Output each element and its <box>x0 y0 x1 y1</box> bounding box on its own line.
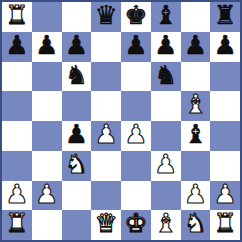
square-f3[interactable]: ♟ <box>151 151 181 181</box>
square-b4[interactable] <box>32 121 62 151</box>
square-g6[interactable] <box>181 62 211 92</box>
square-f7[interactable]: ♟ <box>151 32 181 62</box>
square-b8[interactable] <box>32 2 62 32</box>
square-a7[interactable]: ♟ <box>2 32 32 62</box>
black-pawn[interactable]: ♟ <box>184 32 207 61</box>
square-h1[interactable]: ♜ <box>210 210 240 240</box>
square-h6[interactable] <box>210 62 240 92</box>
square-d3[interactable] <box>91 151 121 181</box>
square-d7[interactable] <box>91 32 121 62</box>
square-g4[interactable]: ♝ <box>181 121 211 151</box>
square-g5[interactable]: ♝ <box>181 91 211 121</box>
white-queen[interactable]: ♛ <box>94 210 117 239</box>
black-knight[interactable]: ♞ <box>65 62 88 91</box>
black-pawn[interactable]: ♟ <box>5 32 28 61</box>
white-knight[interactable]: ♞ <box>184 210 207 239</box>
black-rook[interactable]: ♜ <box>213 2 236 31</box>
black-pawn[interactable]: ♟ <box>65 121 88 150</box>
square-a1[interactable]: ♜ <box>2 210 32 240</box>
square-e5[interactable] <box>121 91 151 121</box>
square-g7[interactable]: ♟ <box>181 32 211 62</box>
square-d4[interactable]: ♟ <box>91 121 121 151</box>
square-f5[interactable] <box>151 91 181 121</box>
square-d8[interactable]: ♛ <box>91 2 121 32</box>
white-rook[interactable]: ♜ <box>5 2 28 31</box>
black-pawn[interactable]: ♟ <box>154 32 177 61</box>
square-a4[interactable] <box>2 121 32 151</box>
square-e8[interactable]: ♚ <box>121 2 151 32</box>
square-c8[interactable] <box>62 2 92 32</box>
white-rook[interactable]: ♜ <box>5 210 28 239</box>
square-h4[interactable] <box>210 121 240 151</box>
square-b2[interactable]: ♟ <box>32 181 62 211</box>
square-g1[interactable]: ♞ <box>181 210 211 240</box>
square-f4[interactable] <box>151 121 181 151</box>
square-e1[interactable]: ♚ <box>121 210 151 240</box>
square-a6[interactable] <box>2 62 32 92</box>
square-c6[interactable]: ♞ <box>62 62 92 92</box>
white-pawn[interactable]: ♟ <box>5 181 28 210</box>
square-c7[interactable]: ♟ <box>62 32 92 62</box>
black-bishop[interactable]: ♝ <box>154 2 177 31</box>
square-d1[interactable]: ♛ <box>91 210 121 240</box>
square-e4[interactable]: ♟ <box>121 121 151 151</box>
square-h7[interactable]: ♟ <box>210 32 240 62</box>
black-king[interactable]: ♚ <box>124 2 147 31</box>
square-c2[interactable] <box>62 181 92 211</box>
black-pawn[interactable]: ♟ <box>213 32 236 61</box>
square-f8[interactable]: ♝ <box>151 2 181 32</box>
square-h3[interactable] <box>210 151 240 181</box>
white-pawn[interactable]: ♟ <box>124 121 147 150</box>
square-e7[interactable]: ♟ <box>121 32 151 62</box>
square-b5[interactable] <box>32 91 62 121</box>
square-c1[interactable] <box>62 210 92 240</box>
black-pawn[interactable]: ♟ <box>35 32 58 61</box>
square-a8[interactable]: ♜ <box>2 2 32 32</box>
square-f1[interactable]: ♝ <box>151 210 181 240</box>
black-pawn[interactable]: ♟ <box>65 32 88 61</box>
square-a5[interactable] <box>2 91 32 121</box>
white-pawn[interactable]: ♟ <box>94 121 117 150</box>
white-rook[interactable]: ♜ <box>213 210 236 239</box>
square-c4[interactable]: ♟ <box>62 121 92 151</box>
square-f2[interactable] <box>151 181 181 211</box>
square-h5[interactable] <box>210 91 240 121</box>
square-b3[interactable] <box>32 151 62 181</box>
square-d6[interactable] <box>91 62 121 92</box>
white-pawn[interactable]: ♟ <box>213 181 236 210</box>
white-bishop[interactable]: ♝ <box>184 91 207 120</box>
square-h2[interactable]: ♟ <box>210 181 240 211</box>
black-knight[interactable]: ♞ <box>154 62 177 91</box>
white-pawn[interactable]: ♟ <box>154 151 177 180</box>
square-b6[interactable] <box>32 62 62 92</box>
square-e2[interactable] <box>121 181 151 211</box>
black-bishop[interactable]: ♝ <box>184 121 207 150</box>
chess-board: ♜♛♚♝♜♟♟♟♟♟♟♟♞♞♝♟♟♟♝♞♟♟♟♟♟♜♛♚♝♞♜ <box>0 0 242 242</box>
white-king[interactable]: ♚ <box>124 210 147 239</box>
white-pawn[interactable]: ♟ <box>35 181 58 210</box>
square-c5[interactable] <box>62 91 92 121</box>
square-f6[interactable]: ♞ <box>151 62 181 92</box>
square-g2[interactable]: ♟ <box>181 181 211 211</box>
square-g3[interactable] <box>181 151 211 181</box>
square-c3[interactable]: ♞ <box>62 151 92 181</box>
square-e3[interactable] <box>121 151 151 181</box>
square-e6[interactable] <box>121 62 151 92</box>
square-g8[interactable] <box>181 2 211 32</box>
square-d2[interactable] <box>91 181 121 211</box>
square-b1[interactable] <box>32 210 62 240</box>
square-d5[interactable] <box>91 91 121 121</box>
square-a3[interactable] <box>2 151 32 181</box>
square-h8[interactable]: ♜ <box>210 2 240 32</box>
white-knight[interactable]: ♞ <box>65 151 88 180</box>
black-pawn[interactable]: ♟ <box>124 32 147 61</box>
white-pawn[interactable]: ♟ <box>184 181 207 210</box>
square-a2[interactable]: ♟ <box>2 181 32 211</box>
black-queen[interactable]: ♛ <box>94 2 117 31</box>
square-b7[interactable]: ♟ <box>32 32 62 62</box>
white-bishop[interactable]: ♝ <box>154 210 177 239</box>
